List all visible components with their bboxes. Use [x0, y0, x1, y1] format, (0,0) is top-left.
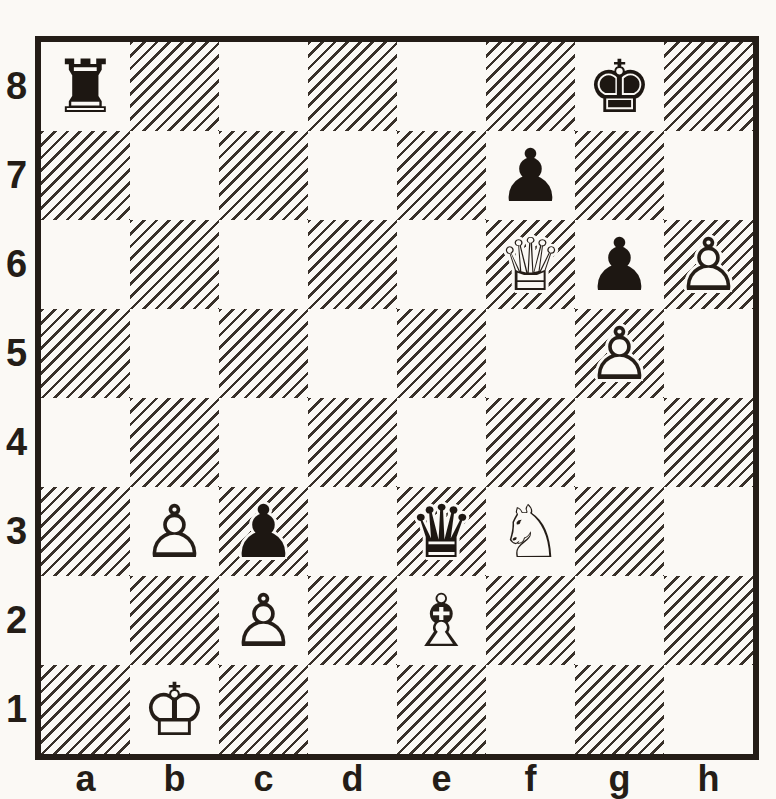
square-g1	[575, 665, 664, 754]
square-h6: ♟♙	[664, 220, 753, 309]
square-h3	[664, 487, 753, 576]
piece-glyph: ♟	[219, 487, 308, 576]
square-g6: ♟	[575, 220, 664, 309]
square-c6	[219, 220, 308, 309]
square-f1	[486, 665, 575, 754]
square-b7	[130, 131, 219, 220]
black-queen: ♛	[397, 487, 486, 576]
square-e5	[397, 309, 486, 398]
square-a2	[41, 576, 130, 665]
white-pawn: ♟♙	[219, 576, 308, 665]
black-pawn: ♟	[486, 131, 575, 220]
square-c7	[219, 131, 308, 220]
square-a6	[41, 220, 130, 309]
square-d6	[308, 220, 397, 309]
piece-glyph: ♟	[575, 220, 664, 309]
square-c8	[219, 42, 308, 131]
square-f7: ♟	[486, 131, 575, 220]
white-pawn: ♟♙	[664, 220, 753, 309]
piece-outline-glyph: ♙	[219, 576, 308, 665]
square-b6	[130, 220, 219, 309]
square-d5	[308, 309, 397, 398]
rank-label-7: 7	[0, 131, 33, 220]
chess-diagram: 87654321 ♜♚♟♛♕♟♟♙♟♙♟♙♟♛♞♘♟♙♝♗♚♔ abcdefgh	[0, 0, 776, 799]
piece-glyph: ♚	[575, 42, 664, 131]
square-g7	[575, 131, 664, 220]
piece-outline-glyph: ♔	[130, 665, 219, 754]
file-label-b: b	[130, 758, 219, 799]
piece-outline-glyph: ♙	[130, 487, 219, 576]
white-king: ♚♔	[130, 665, 219, 754]
square-d7	[308, 131, 397, 220]
square-g2	[575, 576, 664, 665]
rank-label-5: 5	[0, 309, 33, 398]
square-g4	[575, 398, 664, 487]
file-label-f: f	[486, 758, 575, 799]
piece-glyph: ♜	[41, 42, 130, 131]
file-label-g: g	[575, 758, 664, 799]
square-b1: ♚♔	[130, 665, 219, 754]
black-pawn: ♟	[575, 220, 664, 309]
square-h2	[664, 576, 753, 665]
piece-outline-glyph: ♗	[397, 576, 486, 665]
file-label-d: d	[308, 758, 397, 799]
square-b4	[130, 398, 219, 487]
square-a3	[41, 487, 130, 576]
square-d1	[308, 665, 397, 754]
black-pawn: ♟	[219, 487, 308, 576]
file-labels: abcdefgh	[41, 758, 753, 799]
white-pawn: ♟♙	[130, 487, 219, 576]
square-d4	[308, 398, 397, 487]
black-king: ♚	[575, 42, 664, 131]
square-a4	[41, 398, 130, 487]
square-f6: ♛♕	[486, 220, 575, 309]
square-h4	[664, 398, 753, 487]
white-knight: ♞♘	[486, 487, 575, 576]
square-f2	[486, 576, 575, 665]
rank-labels: 87654321	[0, 42, 33, 754]
piece-glyph: ♛	[397, 487, 486, 576]
board: ♜♚♟♛♕♟♟♙♟♙♟♙♟♛♞♘♟♙♝♗♚♔	[35, 36, 759, 760]
square-h5	[664, 309, 753, 398]
piece-outline-glyph: ♙	[575, 309, 664, 398]
square-c4	[219, 398, 308, 487]
rank-label-6: 6	[0, 220, 33, 309]
piece-outline-glyph: ♕	[486, 220, 575, 309]
rank-label-8: 8	[0, 42, 33, 131]
square-h8	[664, 42, 753, 131]
square-a7	[41, 131, 130, 220]
file-label-a: a	[41, 758, 130, 799]
square-h7	[664, 131, 753, 220]
square-d8	[308, 42, 397, 131]
square-e8	[397, 42, 486, 131]
square-f3: ♞♘	[486, 487, 575, 576]
square-a8: ♜	[41, 42, 130, 131]
square-e1	[397, 665, 486, 754]
square-e2: ♝♗	[397, 576, 486, 665]
square-b2	[130, 576, 219, 665]
square-c5	[219, 309, 308, 398]
square-a5	[41, 309, 130, 398]
rank-label-4: 4	[0, 398, 33, 487]
piece-outline-glyph: ♙	[664, 220, 753, 309]
square-e4	[397, 398, 486, 487]
square-e7	[397, 131, 486, 220]
square-h1	[664, 665, 753, 754]
square-b5	[130, 309, 219, 398]
square-e6	[397, 220, 486, 309]
white-queen: ♛♕	[486, 220, 575, 309]
square-g3	[575, 487, 664, 576]
square-c1	[219, 665, 308, 754]
rank-label-3: 3	[0, 487, 33, 576]
square-f4	[486, 398, 575, 487]
square-d2	[308, 576, 397, 665]
piece-outline-glyph: ♘	[486, 487, 575, 576]
file-label-h: h	[664, 758, 753, 799]
black-rook: ♜	[41, 42, 130, 131]
square-d3	[308, 487, 397, 576]
square-f5	[486, 309, 575, 398]
square-e3: ♛	[397, 487, 486, 576]
square-g5: ♟♙	[575, 309, 664, 398]
square-c2: ♟♙	[219, 576, 308, 665]
square-c3: ♟	[219, 487, 308, 576]
square-f8	[486, 42, 575, 131]
white-pawn: ♟♙	[575, 309, 664, 398]
white-bishop: ♝♗	[397, 576, 486, 665]
rank-label-2: 2	[0, 576, 33, 665]
file-label-c: c	[219, 758, 308, 799]
square-b3: ♟♙	[130, 487, 219, 576]
square-a1	[41, 665, 130, 754]
rank-label-1: 1	[0, 665, 33, 754]
piece-glyph: ♟	[486, 131, 575, 220]
file-label-e: e	[397, 758, 486, 799]
square-g8: ♚	[575, 42, 664, 131]
square-b8	[130, 42, 219, 131]
